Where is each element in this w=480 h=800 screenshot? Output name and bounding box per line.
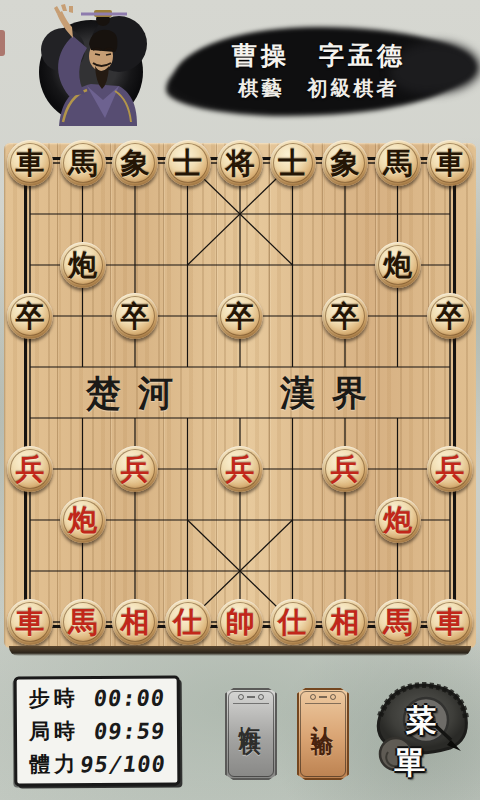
game-time-row: 局時 09:59 [29, 717, 165, 746]
piece-black-卒[interactable]: 卒 [112, 293, 158, 339]
piece-red-兵[interactable]: 兵 [217, 446, 263, 492]
move-time-label: 步時 [29, 684, 79, 712]
piece-red-仕[interactable]: 仕 [270, 599, 316, 645]
coin-motif-icon [310, 694, 336, 700]
piece-red-兵[interactable]: 兵 [112, 446, 158, 492]
piece-red-馬[interactable]: 馬 [60, 599, 106, 645]
piece-black-炮[interactable]: 炮 [60, 242, 106, 288]
piece-black-馬[interactable]: 馬 [60, 140, 106, 186]
piece-red-仕[interactable]: 仕 [165, 599, 211, 645]
xiangqi-board[interactable]: 楚河 漢界 車馬象士将士象馬車炮炮卒卒卒卒卒兵兵兵兵兵炮炮車馬相仕帥仕相馬車 [4, 143, 476, 648]
move-time-row: 步時 00:00 [29, 684, 165, 713]
stamina-row: 體力 95/100 [29, 750, 165, 779]
piece-red-兵[interactable]: 兵 [427, 446, 473, 492]
piece-red-帥[interactable]: 帥 [217, 599, 263, 645]
piece-black-象[interactable]: 象 [322, 140, 368, 186]
coin-motif-icon [238, 694, 264, 700]
opponent-name: 曹操 字孟德 [232, 39, 406, 72]
piece-black-車[interactable]: 車 [427, 140, 473, 186]
board-shadow [9, 646, 471, 656]
piece-black-馬[interactable]: 馬 [375, 140, 421, 186]
game-time-value: 09:59 [92, 718, 167, 744]
piece-red-車[interactable]: 車 [427, 599, 473, 645]
motif-divider [305, 703, 341, 704]
piece-red-兵[interactable]: 兵 [7, 446, 53, 492]
xiangqi-game-screen: 曹操 字孟德 棋藝 初級棋者 [0, 0, 480, 800]
resign-button[interactable]: 认输 [297, 688, 349, 780]
piece-black-卒[interactable]: 卒 [427, 293, 473, 339]
move-time-value: 00:00 [92, 685, 167, 711]
piece-black-士[interactable]: 士 [270, 140, 316, 186]
opponent-skill: 棋藝 初級棋者 [239, 75, 400, 102]
piece-red-兵[interactable]: 兵 [322, 446, 368, 492]
game-time-label: 局時 [29, 717, 79, 745]
stamina-label: 體力 [29, 750, 79, 778]
piece-black-将[interactable]: 将 [217, 140, 263, 186]
piece-black-卒[interactable]: 卒 [217, 293, 263, 339]
undo-button-label: 悔棋 [236, 708, 266, 722]
piece-black-卒[interactable]: 卒 [322, 293, 368, 339]
seal-mark [0, 30, 5, 56]
piece-red-炮[interactable]: 炮 [60, 497, 106, 543]
menu-button-label: 菜單 [366, 700, 476, 784]
menu-button[interactable]: 菜單 [366, 676, 476, 790]
piece-black-炮[interactable]: 炮 [375, 242, 421, 288]
stamina-value: 95/100 [78, 751, 167, 777]
piece-black-士[interactable]: 士 [165, 140, 211, 186]
opponent-name-banner: 曹操 字孟德 棋藝 初級棋者 [166, 26, 472, 114]
piece-red-相[interactable]: 相 [112, 599, 158, 645]
piece-red-相[interactable]: 相 [322, 599, 368, 645]
piece-black-卒[interactable]: 卒 [7, 293, 53, 339]
timer-stats-panel: 步時 00:00 局時 09:59 體力 95/100 [14, 675, 181, 786]
pieces-layer: 車馬象士将士象馬車炮炮卒卒卒卒卒兵兵兵兵兵炮炮車馬相仕帥仕相馬車 [4, 143, 476, 648]
undo-button[interactable]: 悔棋 [225, 688, 277, 780]
resign-button-label: 认输 [308, 708, 338, 722]
cao-cao-portrait-icon [33, 4, 149, 130]
piece-red-炮[interactable]: 炮 [375, 497, 421, 543]
piece-black-車[interactable]: 車 [7, 140, 53, 186]
piece-red-馬[interactable]: 馬 [375, 599, 421, 645]
opponent-avatar [33, 4, 149, 130]
piece-black-象[interactable]: 象 [112, 140, 158, 186]
motif-divider [233, 703, 269, 704]
piece-red-車[interactable]: 車 [7, 599, 53, 645]
